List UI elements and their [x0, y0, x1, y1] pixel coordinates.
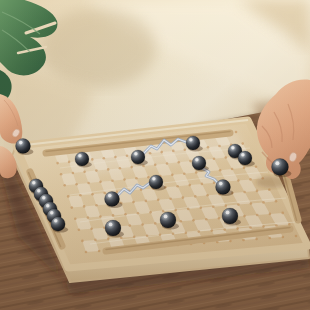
product-photo-scene: [0, 0, 310, 310]
photo-vignette: [0, 0, 310, 310]
